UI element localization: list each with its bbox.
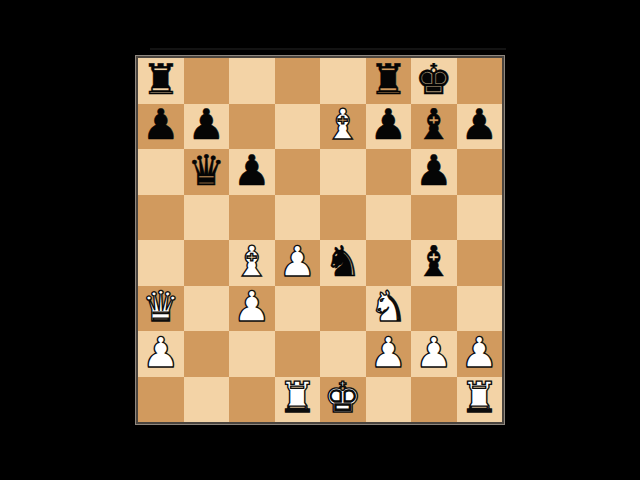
piece-white-queen: ♛: [142, 286, 180, 328]
square-a3[interactable]: ♛: [138, 286, 184, 332]
square-g8[interactable]: ♚: [411, 58, 457, 104]
square-c5[interactable]: [229, 195, 275, 241]
square-e4[interactable]: ♞: [320, 240, 366, 286]
piece-black-pawn: ♟: [460, 104, 498, 146]
square-c1[interactable]: [229, 377, 275, 423]
square-c6[interactable]: ♟: [229, 149, 275, 195]
square-f1[interactable]: [366, 377, 412, 423]
piece-white-bishop: ♝: [233, 241, 271, 283]
piece-black-bishop: ♝: [415, 104, 453, 146]
square-d3[interactable]: [275, 286, 321, 332]
piece-white-pawn: ♟: [415, 332, 453, 374]
square-g1[interactable]: [411, 377, 457, 423]
square-g2[interactable]: ♟: [411, 331, 457, 377]
piece-white-pawn: ♟: [233, 286, 271, 328]
square-h8[interactable]: [457, 58, 503, 104]
square-e3[interactable]: [320, 286, 366, 332]
square-f2[interactable]: ♟: [366, 331, 412, 377]
square-b8[interactable]: [184, 58, 230, 104]
square-e2[interactable]: [320, 331, 366, 377]
piece-black-rook: ♜: [142, 59, 180, 101]
piece-white-pawn: ♟: [278, 241, 316, 283]
square-d4[interactable]: ♟: [275, 240, 321, 286]
square-e5[interactable]: [320, 195, 366, 241]
piece-black-pawn: ♟: [187, 104, 225, 146]
square-e6[interactable]: [320, 149, 366, 195]
square-h7[interactable]: ♟: [457, 104, 503, 150]
piece-black-queen: ♛: [187, 150, 225, 192]
square-c7[interactable]: [229, 104, 275, 150]
square-d6[interactable]: [275, 149, 321, 195]
square-d8[interactable]: [275, 58, 321, 104]
square-e1[interactable]: ♚: [320, 377, 366, 423]
square-d7[interactable]: [275, 104, 321, 150]
piece-black-king: ♚: [415, 59, 453, 101]
piece-black-rook: ♜: [369, 59, 407, 101]
square-f4[interactable]: [366, 240, 412, 286]
square-h6[interactable]: [457, 149, 503, 195]
piece-black-pawn: ♟: [415, 150, 453, 192]
square-b4[interactable]: [184, 240, 230, 286]
square-d2[interactable]: [275, 331, 321, 377]
piece-black-pawn: ♟: [233, 150, 271, 192]
piece-white-pawn: ♟: [460, 332, 498, 374]
chess-board: ♜♜♚♟♟♝♟♝♟♛♟♟♝♟♞♝♛♟♞♟♟♟♟♜♚♜: [136, 56, 504, 424]
piece-white-pawn: ♟: [369, 332, 407, 374]
piece-black-pawn: ♟: [142, 104, 180, 146]
square-h5[interactable]: [457, 195, 503, 241]
square-a4[interactable]: [138, 240, 184, 286]
square-b5[interactable]: [184, 195, 230, 241]
square-a2[interactable]: ♟: [138, 331, 184, 377]
square-f5[interactable]: [366, 195, 412, 241]
piece-white-rook: ♜: [460, 377, 498, 419]
square-e8[interactable]: [320, 58, 366, 104]
square-h4[interactable]: [457, 240, 503, 286]
square-e7[interactable]: ♝: [320, 104, 366, 150]
square-f6[interactable]: [366, 149, 412, 195]
piece-white-knight: ♞: [369, 286, 407, 328]
square-g5[interactable]: [411, 195, 457, 241]
square-a6[interactable]: [138, 149, 184, 195]
square-a8[interactable]: ♜: [138, 58, 184, 104]
square-g7[interactable]: ♝: [411, 104, 457, 150]
square-c8[interactable]: [229, 58, 275, 104]
square-b6[interactable]: ♛: [184, 149, 230, 195]
video-frame: ♜♜♚♟♟♝♟♝♟♛♟♟♝♟♞♝♛♟♞♟♟♟♟♜♚♜: [0, 0, 640, 480]
square-b7[interactable]: ♟: [184, 104, 230, 150]
square-c4[interactable]: ♝: [229, 240, 275, 286]
square-f8[interactable]: ♜: [366, 58, 412, 104]
square-b1[interactable]: [184, 377, 230, 423]
square-f7[interactable]: ♟: [366, 104, 412, 150]
piece-black-bishop: ♝: [415, 241, 453, 283]
square-h2[interactable]: ♟: [457, 331, 503, 377]
square-g6[interactable]: ♟: [411, 149, 457, 195]
square-h1[interactable]: ♜: [457, 377, 503, 423]
scanline-artifact: [150, 48, 506, 50]
square-a1[interactable]: [138, 377, 184, 423]
piece-black-knight: ♞: [324, 241, 362, 283]
square-g4[interactable]: ♝: [411, 240, 457, 286]
piece-white-pawn: ♟: [142, 332, 180, 374]
square-f3[interactable]: ♞: [366, 286, 412, 332]
square-a5[interactable]: [138, 195, 184, 241]
square-c2[interactable]: [229, 331, 275, 377]
square-c3[interactable]: ♟: [229, 286, 275, 332]
piece-white-rook: ♜: [278, 377, 316, 419]
square-b3[interactable]: [184, 286, 230, 332]
square-g3[interactable]: [411, 286, 457, 332]
piece-white-king: ♚: [324, 377, 362, 419]
piece-white-bishop: ♝: [324, 104, 362, 146]
square-d1[interactable]: ♜: [275, 377, 321, 423]
square-a7[interactable]: ♟: [138, 104, 184, 150]
square-d5[interactable]: [275, 195, 321, 241]
square-b2[interactable]: [184, 331, 230, 377]
piece-black-pawn: ♟: [369, 104, 407, 146]
square-h3[interactable]: [457, 286, 503, 332]
